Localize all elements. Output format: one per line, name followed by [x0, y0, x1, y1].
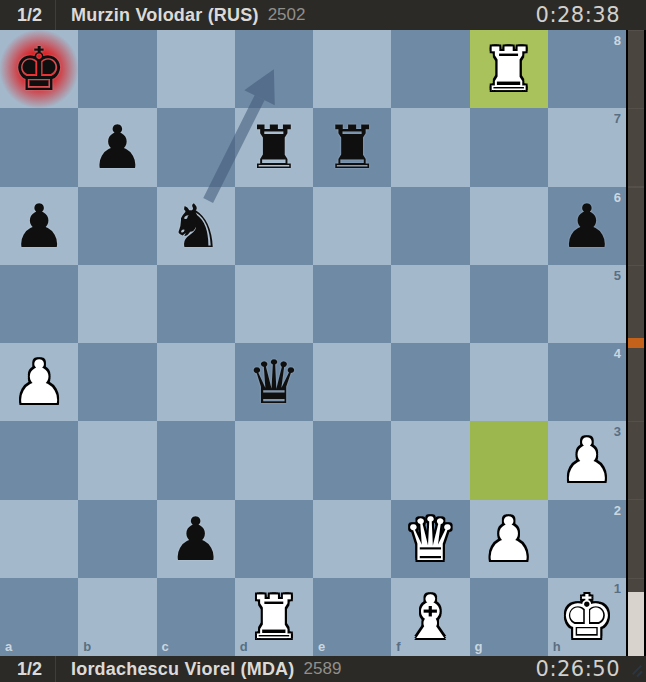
- square-b4[interactable]: [78, 343, 156, 421]
- file-label-b: b: [83, 639, 91, 654]
- square-d2[interactable]: [235, 500, 313, 578]
- file-label-h: h: [553, 639, 561, 654]
- rank-label-2: 2: [614, 503, 621, 518]
- chess-board[interactable]: ♚♜8♟♜♜7♟♞6♟5♟♛43♟♟♛♟2abcd♜ef♝g1h♚: [0, 30, 626, 656]
- square-a1[interactable]: a: [0, 578, 78, 656]
- square-f3[interactable]: [391, 421, 469, 499]
- square-g2[interactable]: ♟: [470, 500, 548, 578]
- rank-label-3: 3: [614, 424, 621, 439]
- top-player-name: Murzin Volodar (RUS): [71, 5, 259, 26]
- piece-black-pawn: ♟: [157, 500, 235, 578]
- square-h5[interactable]: 5: [548, 265, 626, 343]
- piece-white-bishop: ♝: [391, 578, 469, 656]
- square-b2[interactable]: [78, 500, 156, 578]
- bottom-player-rating: 2589: [304, 659, 342, 679]
- rank-label-5: 5: [614, 268, 621, 283]
- square-d5[interactable]: [235, 265, 313, 343]
- piece-white-pawn: ♟: [0, 343, 78, 421]
- square-e6[interactable]: [313, 187, 391, 265]
- square-b6[interactable]: [78, 187, 156, 265]
- square-h7[interactable]: 7: [548, 108, 626, 186]
- rank-label-4: 4: [614, 346, 621, 361]
- piece-black-rook: ♜: [235, 108, 313, 186]
- square-a4[interactable]: ♟: [0, 343, 78, 421]
- bar-separator: [55, 0, 56, 30]
- square-f7[interactable]: [391, 108, 469, 186]
- square-c4[interactable]: [157, 343, 235, 421]
- piece-black-pawn: ♟: [0, 187, 78, 265]
- square-e2[interactable]: [313, 500, 391, 578]
- top-score: 1/2: [0, 5, 55, 26]
- square-b7[interactable]: ♟: [78, 108, 156, 186]
- bar-separator: [55, 656, 56, 682]
- file-label-d: d: [240, 639, 248, 654]
- square-e5[interactable]: [313, 265, 391, 343]
- square-d8[interactable]: [235, 30, 313, 108]
- piece-white-pawn: ♟: [470, 500, 548, 578]
- square-g3[interactable]: [470, 421, 548, 499]
- square-f1[interactable]: f♝: [391, 578, 469, 656]
- square-f6[interactable]: [391, 187, 469, 265]
- square-f8[interactable]: [391, 30, 469, 108]
- piece-black-knight: ♞: [157, 187, 235, 265]
- square-c6[interactable]: ♞: [157, 187, 235, 265]
- square-g7[interactable]: [470, 108, 548, 186]
- square-e3[interactable]: [313, 421, 391, 499]
- square-g1[interactable]: g: [470, 578, 548, 656]
- square-c3[interactable]: [157, 421, 235, 499]
- square-g8[interactable]: ♜: [470, 30, 548, 108]
- piece-white-queen: ♛: [391, 500, 469, 578]
- rank-label-1: 1: [614, 581, 621, 596]
- file-label-a: a: [5, 639, 12, 654]
- eval-gauge-zero-marker: [628, 338, 644, 348]
- square-h4[interactable]: 4: [548, 343, 626, 421]
- square-a8[interactable]: ♚: [0, 30, 78, 108]
- square-c8[interactable]: [157, 30, 235, 108]
- square-a3[interactable]: [0, 421, 78, 499]
- eval-gauge: [628, 30, 644, 682]
- piece-black-king: ♚: [0, 30, 78, 108]
- square-b1[interactable]: b: [78, 578, 156, 656]
- file-label-f: f: [396, 639, 400, 654]
- rank-label-8: 8: [614, 33, 621, 48]
- rank-label-6: 6: [614, 190, 621, 205]
- square-d7[interactable]: ♜: [235, 108, 313, 186]
- square-h1[interactable]: 1h♚: [548, 578, 626, 656]
- bottom-score: 1/2: [0, 659, 55, 680]
- square-g6[interactable]: [470, 187, 548, 265]
- square-b3[interactable]: [78, 421, 156, 499]
- player-bar-top: 1/2 Murzin Volodar (RUS) 2502 0:28:38: [0, 0, 646, 30]
- square-e4[interactable]: [313, 343, 391, 421]
- square-f5[interactable]: [391, 265, 469, 343]
- square-c2[interactable]: ♟: [157, 500, 235, 578]
- file-label-c: c: [162, 639, 169, 654]
- player-bar-bottom: 1/2 Iordachescu Viorel (MDA) 2589 0:26:5…: [0, 656, 646, 682]
- bottom-player-name: Iordachescu Viorel (MDA): [71, 659, 295, 680]
- square-f2[interactable]: ♛: [391, 500, 469, 578]
- square-a6[interactable]: ♟: [0, 187, 78, 265]
- file-label-e: e: [318, 639, 325, 654]
- square-d1[interactable]: d♜: [235, 578, 313, 656]
- square-h2[interactable]: 2: [548, 500, 626, 578]
- top-player-rating: 2502: [268, 5, 306, 25]
- square-c7[interactable]: [157, 108, 235, 186]
- square-a2[interactable]: [0, 500, 78, 578]
- square-c1[interactable]: c: [157, 578, 235, 656]
- square-h3[interactable]: 3♟: [548, 421, 626, 499]
- square-f4[interactable]: [391, 343, 469, 421]
- square-e1[interactable]: e: [313, 578, 391, 656]
- resize-handle[interactable]: [628, 663, 644, 679]
- square-d6[interactable]: [235, 187, 313, 265]
- square-b8[interactable]: [78, 30, 156, 108]
- square-e7[interactable]: ♜: [313, 108, 391, 186]
- square-b5[interactable]: [78, 265, 156, 343]
- file-label-g: g: [475, 639, 483, 654]
- piece-white-rook: ♜: [470, 30, 548, 108]
- top-clock: 0:28:38: [536, 3, 620, 27]
- rank-label-7: 7: [614, 111, 621, 126]
- piece-black-rook: ♜: [313, 108, 391, 186]
- square-h6[interactable]: 6♟: [548, 187, 626, 265]
- piece-black-pawn: ♟: [78, 108, 156, 186]
- square-e8[interactable]: [313, 30, 391, 108]
- square-d3[interactable]: [235, 421, 313, 499]
- bottom-clock: 0:26:50: [536, 657, 620, 681]
- square-h8[interactable]: 8: [548, 30, 626, 108]
- square-a7[interactable]: [0, 108, 78, 186]
- piece-black-queen: ♛: [235, 343, 313, 421]
- square-a5[interactable]: [0, 265, 78, 343]
- square-c5[interactable]: [157, 265, 235, 343]
- square-g4[interactable]: [470, 343, 548, 421]
- square-g5[interactable]: [470, 265, 548, 343]
- square-d4[interactable]: ♛: [235, 343, 313, 421]
